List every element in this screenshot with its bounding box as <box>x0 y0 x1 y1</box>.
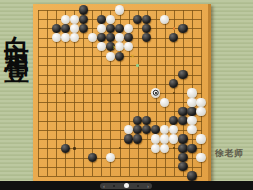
white-stone <box>61 33 70 42</box>
white-stone <box>52 33 61 42</box>
dot-marker <box>173 27 176 30</box>
black-stone <box>178 116 187 125</box>
dot-marker <box>73 147 76 150</box>
white-stone <box>124 24 133 33</box>
black-stone <box>178 134 187 143</box>
white-stone <box>106 52 115 61</box>
black-stone <box>142 116 151 125</box>
white-stone <box>151 88 160 97</box>
black-stone <box>61 144 70 153</box>
black-stone <box>178 70 187 79</box>
white-stone <box>151 144 160 153</box>
last-move-marker <box>153 90 160 97</box>
white-stone <box>88 33 97 42</box>
black-stone <box>133 125 142 134</box>
white-stone <box>196 98 205 107</box>
white-stone <box>124 42 133 51</box>
glint-marker: ✕ <box>113 45 117 50</box>
nav-dot-right <box>137 185 139 187</box>
white-stone <box>61 15 70 24</box>
black-stone <box>178 24 187 33</box>
black-stone <box>178 162 187 171</box>
glint-marker: ✕ <box>131 54 135 59</box>
white-stone <box>106 15 115 24</box>
star-point <box>173 92 175 94</box>
white-stone <box>70 33 79 42</box>
player-name-label: 卞相壹 <box>0 23 34 44</box>
white-stone <box>160 144 169 153</box>
white-stone <box>187 88 196 97</box>
white-stone <box>97 42 106 51</box>
black-stone <box>52 24 61 33</box>
white-stone <box>97 24 106 33</box>
white-stone <box>196 153 205 162</box>
grid-line-h <box>38 102 202 103</box>
black-stone <box>79 24 88 33</box>
black-stone <box>187 171 196 180</box>
next-move-button[interactable]: › <box>147 183 149 189</box>
black-stone <box>169 79 178 88</box>
player-color-label: 白 <box>0 16 34 23</box>
watermark: 徐老师 <box>215 147 244 160</box>
black-stone <box>124 134 133 143</box>
prev-move-button[interactable]: ‹ <box>103 183 105 189</box>
black-stone <box>142 15 151 24</box>
bottom-bar: ‹ › <box>0 181 253 190</box>
black-stone <box>169 116 178 125</box>
black-stone <box>115 24 124 33</box>
black-stone <box>133 15 142 24</box>
black-stone <box>79 5 88 14</box>
white-stone <box>160 98 169 107</box>
player-label-panel: 白 卞相壹 <box>0 16 32 44</box>
black-stone <box>88 153 97 162</box>
go-board[interactable]: ✕✕ <box>33 4 211 182</box>
black-stone <box>142 125 151 134</box>
grid-line-v <box>201 10 202 176</box>
grid-line-h <box>38 176 202 177</box>
star-point <box>119 92 121 94</box>
black-stone <box>142 24 151 33</box>
black-stone <box>151 125 160 134</box>
black-stone <box>115 52 124 61</box>
white-stone <box>160 134 169 143</box>
black-stone <box>124 33 133 42</box>
black-stone <box>133 116 142 125</box>
black-stone <box>178 144 187 153</box>
black-stone <box>61 24 70 33</box>
black-stone <box>169 33 178 42</box>
white-stone <box>115 5 124 14</box>
toggle-knob[interactable] <box>124 183 129 188</box>
white-stone <box>115 33 124 42</box>
white-stone <box>169 134 178 143</box>
white-stone <box>106 153 115 162</box>
black-stone <box>187 144 196 153</box>
white-stone <box>187 116 196 125</box>
black-stone <box>97 33 106 42</box>
white-stone <box>70 15 79 24</box>
white-stone <box>196 134 205 143</box>
black-stone <box>133 134 142 143</box>
black-stone <box>106 33 115 42</box>
white-stone <box>169 125 178 134</box>
dot-marker <box>136 64 139 67</box>
black-stone <box>187 107 196 116</box>
black-stone <box>106 24 115 33</box>
white-stone <box>124 125 133 134</box>
grid-line-v <box>138 10 139 176</box>
black-stone <box>79 15 88 24</box>
black-stone <box>178 107 187 116</box>
screen: 白 卞相壹 ✕✕ 徐老师 ‹ › <box>0 0 253 190</box>
white-stone <box>196 107 205 116</box>
white-stone <box>160 15 169 24</box>
black-stone <box>142 33 151 42</box>
black-stone <box>178 153 187 162</box>
white-stone <box>187 125 196 134</box>
black-stone <box>97 15 106 24</box>
white-stone <box>187 98 196 107</box>
white-stone <box>160 125 169 134</box>
nav-dot-left <box>113 185 115 187</box>
move-nav-pill[interactable]: ‹ › <box>100 183 152 189</box>
white-stone <box>70 24 79 33</box>
white-stone <box>151 134 160 143</box>
